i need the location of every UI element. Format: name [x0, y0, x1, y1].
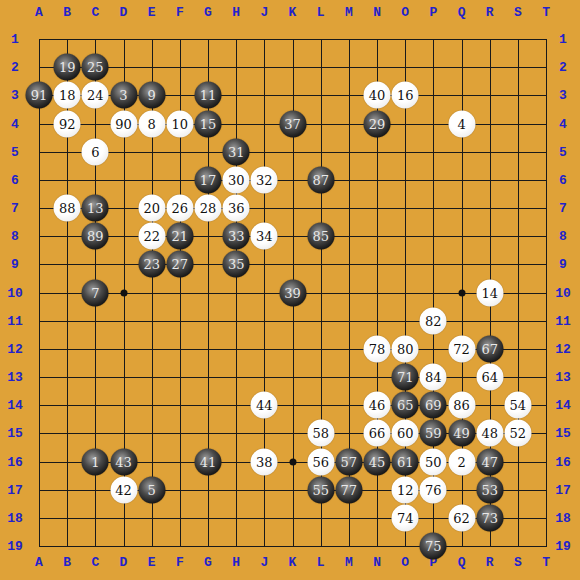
stone-black-n16: 45: [364, 448, 391, 475]
row-label-left: 17: [7, 483, 23, 496]
row-label-right: 11: [555, 314, 571, 327]
row-label-right: 7: [559, 202, 567, 215]
column-label-bottom: A: [35, 556, 43, 569]
stone-white-n3: 40: [364, 82, 391, 109]
move-number: 12: [397, 483, 414, 496]
stone-white-o15: 60: [392, 420, 419, 447]
move-number: 40: [369, 89, 386, 102]
stone-white-l15: 58: [307, 420, 334, 447]
move-number: 13: [87, 202, 104, 215]
stone-white-q18: 62: [448, 504, 475, 531]
column-label-bottom: H: [232, 556, 240, 569]
column-label-bottom: G: [204, 556, 212, 569]
move-number: 7: [91, 286, 99, 299]
row-label-right: 13: [555, 371, 571, 384]
row-label-left: 3: [11, 89, 19, 102]
row-label-left: 15: [7, 427, 23, 440]
stone-white-s15: 52: [504, 420, 531, 447]
row-label-right: 6: [559, 173, 567, 186]
move-number: 28: [200, 202, 217, 215]
stone-black-d16: 43: [110, 448, 137, 475]
stone-black-k10: 39: [279, 279, 306, 306]
move-number: 43: [115, 455, 132, 468]
stone-black-f9: 27: [166, 251, 193, 278]
move-number: 19: [59, 61, 76, 74]
stone-black-r18: 73: [476, 504, 503, 531]
stone-black-e3: 9: [138, 82, 165, 109]
move-number: 38: [256, 455, 273, 468]
row-label-right: 10: [555, 286, 571, 299]
move-number: 42: [115, 483, 132, 496]
stone-black-c10: 7: [82, 279, 109, 306]
stone-white-b3: 18: [54, 82, 81, 109]
move-number: 1: [91, 455, 99, 468]
move-number: 72: [453, 342, 470, 355]
row-label-left: 6: [11, 173, 19, 186]
stone-black-p14: 69: [420, 392, 447, 419]
move-number: 26: [172, 202, 189, 215]
column-label-top: T: [542, 6, 550, 19]
move-number: 49: [453, 427, 470, 440]
row-label-left: 19: [7, 540, 23, 553]
stone-white-o18: 74: [392, 504, 419, 531]
column-label-bottom: O: [401, 556, 409, 569]
move-number: 23: [143, 258, 160, 271]
row-label-left: 1: [11, 33, 19, 46]
stone-white-s14: 54: [504, 392, 531, 419]
move-number: 78: [369, 342, 386, 355]
row-label-right: 18: [555, 511, 571, 524]
stone-black-g4: 15: [195, 110, 222, 137]
move-number: 4: [457, 117, 465, 130]
stone-black-c16: 1: [82, 448, 109, 475]
stone-white-r10: 14: [476, 279, 503, 306]
move-number: 75: [425, 540, 442, 553]
move-number: 69: [425, 399, 442, 412]
move-number: 33: [228, 230, 245, 243]
column-label-top: G: [204, 6, 212, 19]
column-label-bottom: M: [345, 556, 353, 569]
move-number: 41: [200, 455, 217, 468]
row-label-left: 11: [7, 314, 23, 327]
stone-white-d4: 90: [110, 110, 137, 137]
column-label-top: C: [91, 6, 99, 19]
stone-white-g7: 28: [195, 195, 222, 222]
column-label-top: H: [232, 6, 240, 19]
move-number: 92: [59, 117, 76, 130]
row-label-left: 2: [11, 61, 19, 74]
move-number: 57: [341, 455, 358, 468]
move-number: 27: [172, 258, 189, 271]
row-label-right: 17: [555, 483, 571, 496]
move-number: 16: [397, 89, 414, 102]
grid-line-horizontal: [39, 321, 547, 322]
star-point: [120, 289, 127, 296]
move-number: 8: [148, 117, 156, 130]
column-label-top: F: [176, 6, 184, 19]
stone-black-g16: 41: [195, 448, 222, 475]
row-label-right: 16: [555, 455, 571, 468]
stone-black-g3: 11: [195, 82, 222, 109]
stone-black-l17: 55: [307, 476, 334, 503]
move-number: 64: [481, 371, 498, 384]
column-label-bottom: B: [63, 556, 71, 569]
stone-black-q15: 49: [448, 420, 475, 447]
move-number: 67: [481, 342, 498, 355]
stone-white-h6: 30: [223, 166, 250, 193]
row-label-left: 7: [11, 202, 19, 215]
stone-white-e8: 22: [138, 223, 165, 250]
move-number: 88: [59, 202, 76, 215]
move-number: 80: [397, 342, 414, 355]
stone-black-c8: 89: [82, 223, 109, 250]
stone-white-e4: 8: [138, 110, 165, 137]
grid-line-vertical: [546, 39, 547, 547]
stone-black-r16: 47: [476, 448, 503, 475]
row-label-left: 12: [7, 342, 23, 355]
row-label-left: 13: [7, 371, 23, 384]
move-number: 35: [228, 258, 245, 271]
row-label-left: 10: [7, 286, 23, 299]
stone-black-h5: 31: [223, 138, 250, 165]
move-number: 5: [148, 483, 156, 496]
stone-black-a3: 91: [26, 82, 53, 109]
move-number: 55: [312, 483, 329, 496]
move-number: 39: [284, 286, 301, 299]
stone-white-c5: 6: [82, 138, 109, 165]
stone-black-l6: 87: [307, 166, 334, 193]
column-label-bottom: N: [373, 556, 381, 569]
stone-black-m17: 77: [335, 476, 362, 503]
column-label-bottom: Q: [458, 556, 466, 569]
row-label-left: 5: [11, 145, 19, 158]
move-number: 66: [369, 427, 386, 440]
stone-white-p17: 76: [420, 476, 447, 503]
stone-white-p16: 50: [420, 448, 447, 475]
stone-black-l8: 85: [307, 223, 334, 250]
row-label-right: 3: [559, 89, 567, 102]
stone-white-d17: 42: [110, 476, 137, 503]
stone-white-r15: 48: [476, 420, 503, 447]
stone-white-e7: 20: [138, 195, 165, 222]
move-number: 90: [115, 117, 132, 130]
grid-line-vertical: [518, 39, 519, 547]
stone-white-q14: 86: [448, 392, 475, 419]
stone-black-c7: 13: [82, 195, 109, 222]
stone-white-p11: 82: [420, 307, 447, 334]
stone-white-l16: 56: [307, 448, 334, 475]
stone-black-p19: 75: [420, 533, 447, 560]
move-number: 60: [397, 427, 414, 440]
column-label-top: D: [120, 6, 128, 19]
stone-black-h9: 35: [223, 251, 250, 278]
column-label-bottom: T: [542, 556, 550, 569]
column-label-bottom: E: [148, 556, 156, 569]
stone-white-j8: 34: [251, 223, 278, 250]
stone-black-k4: 37: [279, 110, 306, 137]
stone-black-r17: 53: [476, 476, 503, 503]
grid-line-horizontal: [39, 546, 547, 547]
row-label-left: 14: [7, 399, 23, 412]
move-number: 48: [481, 427, 498, 440]
column-label-top: K: [289, 6, 297, 19]
move-number: 76: [425, 483, 442, 496]
stone-black-g6: 17: [195, 166, 222, 193]
move-number: 65: [397, 399, 414, 412]
row-label-right: 19: [555, 540, 571, 553]
stone-black-r12: 67: [476, 335, 503, 362]
row-label-right: 2: [559, 61, 567, 74]
column-label-top: P: [429, 6, 437, 19]
row-label-left: 9: [11, 258, 19, 271]
row-label-right: 4: [559, 117, 567, 130]
move-number: 21: [172, 230, 189, 243]
move-number: 14: [481, 286, 498, 299]
move-number: 30: [228, 173, 245, 186]
column-label-top: R: [486, 6, 494, 19]
move-number: 87: [312, 173, 329, 186]
move-number: 20: [143, 202, 160, 215]
move-number: 61: [397, 455, 414, 468]
column-label-top: S: [514, 6, 522, 19]
column-label-top: O: [401, 6, 409, 19]
stone-black-f8: 21: [166, 223, 193, 250]
stone-black-h8: 33: [223, 223, 250, 250]
stone-white-n14: 46: [364, 392, 391, 419]
column-label-top: B: [63, 6, 71, 19]
column-label-bottom: L: [317, 556, 325, 569]
row-label-left: 16: [7, 455, 23, 468]
move-number: 17: [200, 173, 217, 186]
stone-black-o13: 71: [392, 364, 419, 391]
move-number: 9: [148, 89, 156, 102]
move-number: 91: [31, 89, 48, 102]
move-number: 37: [284, 117, 301, 130]
move-number: 45: [369, 455, 386, 468]
move-number: 22: [143, 230, 160, 243]
stone-white-j14: 44: [251, 392, 278, 419]
row-label-right: 14: [555, 399, 571, 412]
move-number: 15: [200, 117, 217, 130]
column-label-top: J: [260, 6, 268, 19]
column-label-top: L: [317, 6, 325, 19]
move-number: 56: [312, 455, 329, 468]
move-number: 71: [397, 371, 414, 384]
stone-white-r13: 64: [476, 364, 503, 391]
column-label-bottom: R: [486, 556, 494, 569]
move-number: 73: [481, 511, 498, 524]
stone-white-o12: 80: [392, 335, 419, 362]
move-number: 86: [453, 399, 470, 412]
move-number: 36: [228, 202, 245, 215]
stone-white-c3: 24: [82, 82, 109, 109]
row-label-left: 8: [11, 230, 19, 243]
move-number: 50: [425, 455, 442, 468]
move-number: 59: [425, 427, 442, 440]
stone-white-j6: 32: [251, 166, 278, 193]
move-number: 84: [425, 371, 442, 384]
move-number: 89: [87, 230, 104, 243]
move-number: 32: [256, 173, 273, 186]
stone-black-o14: 65: [392, 392, 419, 419]
move-number: 53: [481, 483, 498, 496]
move-number: 82: [425, 314, 442, 327]
stone-white-b4: 92: [54, 110, 81, 137]
row-label-right: 9: [559, 258, 567, 271]
move-number: 62: [453, 511, 470, 524]
stone-white-j16: 38: [251, 448, 278, 475]
move-number: 31: [228, 145, 245, 158]
stone-white-q16: 2: [448, 448, 475, 475]
column-label-bottom: D: [120, 556, 128, 569]
move-number: 44: [256, 399, 273, 412]
stone-white-n12: 78: [364, 335, 391, 362]
go-board: AABBCCDDEEFFGGHHJJKKLLMMNNOOPPQQRRSSTT11…: [0, 0, 580, 580]
move-number: 2: [457, 455, 465, 468]
stone-white-p13: 84: [420, 364, 447, 391]
move-number: 10: [172, 117, 189, 130]
stone-white-n15: 66: [364, 420, 391, 447]
move-number: 58: [312, 427, 329, 440]
move-number: 25: [87, 61, 104, 74]
move-number: 6: [91, 145, 99, 158]
column-label-bottom: C: [91, 556, 99, 569]
move-number: 18: [59, 89, 76, 102]
row-label-right: 15: [555, 427, 571, 440]
column-label-top: A: [35, 6, 43, 19]
column-label-top: N: [373, 6, 381, 19]
move-number: 85: [312, 230, 329, 243]
stone-black-c2: 25: [82, 54, 109, 81]
row-label-left: 18: [7, 511, 23, 524]
stone-white-h7: 36: [223, 195, 250, 222]
row-label-left: 4: [11, 117, 19, 130]
row-label-right: 1: [559, 33, 567, 46]
move-number: 24: [87, 89, 104, 102]
column-label-bottom: F: [176, 556, 184, 569]
stone-black-o16: 61: [392, 448, 419, 475]
grid-line-horizontal: [39, 377, 547, 378]
column-label-bottom: J: [260, 556, 268, 569]
column-label-top: M: [345, 6, 353, 19]
move-number: 52: [510, 427, 527, 440]
stone-black-e17: 5: [138, 476, 165, 503]
stone-black-e9: 23: [138, 251, 165, 278]
stone-white-o3: 16: [392, 82, 419, 109]
move-number: 34: [256, 230, 273, 243]
stone-black-p15: 59: [420, 420, 447, 447]
row-label-right: 12: [555, 342, 571, 355]
stone-white-f7: 26: [166, 195, 193, 222]
move-number: 3: [119, 89, 127, 102]
stone-white-f4: 10: [166, 110, 193, 137]
stone-white-q12: 72: [448, 335, 475, 362]
move-number: 46: [369, 399, 386, 412]
row-label-right: 5: [559, 145, 567, 158]
star-point: [458, 289, 465, 296]
stone-black-b2: 19: [54, 54, 81, 81]
column-label-top: E: [148, 6, 156, 19]
stone-black-m16: 57: [335, 448, 362, 475]
move-number: 29: [369, 117, 386, 130]
move-number: 54: [510, 399, 527, 412]
move-number: 47: [481, 455, 498, 468]
column-label-top: Q: [458, 6, 466, 19]
move-number: 11: [200, 89, 217, 102]
stone-black-d3: 3: [110, 82, 137, 109]
stone-white-q4: 4: [448, 110, 475, 137]
stone-white-o17: 12: [392, 476, 419, 503]
stone-white-b7: 88: [54, 195, 81, 222]
column-label-bottom: K: [289, 556, 297, 569]
move-number: 74: [397, 511, 414, 524]
column-label-bottom: S: [514, 556, 522, 569]
stone-black-n4: 29: [364, 110, 391, 137]
row-label-right: 8: [559, 230, 567, 243]
move-number: 77: [341, 483, 358, 496]
star-point: [289, 458, 296, 465]
